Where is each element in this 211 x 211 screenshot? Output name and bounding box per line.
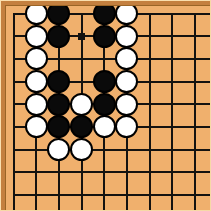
white-stone (25, 25, 48, 48)
intersection-B17[interactable] (25, 48, 48, 71)
white-stone (70, 93, 93, 116)
board-frame-bottom-edge (0, 210, 211, 211)
intersection-J14[interactable] (184, 116, 207, 139)
intersection-F16[interactable] (116, 70, 139, 93)
intersection-H14[interactable] (161, 116, 184, 139)
board-frame-left-shadow (5, 5, 6, 211)
black-stone (47, 93, 70, 116)
intersection-E12[interactable] (93, 161, 116, 184)
intersection-B14[interactable] (25, 116, 48, 139)
intersection-H17[interactable] (161, 48, 184, 71)
intersection-B18[interactable] (25, 25, 48, 48)
intersection-E14[interactable] (93, 116, 116, 139)
intersection-E18[interactable] (93, 25, 116, 48)
intersection-J11[interactable] (184, 184, 207, 207)
white-stone (70, 138, 93, 161)
intersection-G17[interactable] (138, 48, 161, 71)
intersection-J13[interactable] (184, 138, 207, 161)
intersection-G16[interactable] (138, 70, 161, 93)
intersection-D18[interactable] (70, 25, 93, 48)
intersection-C13[interactable] (48, 138, 71, 161)
intersection-F11[interactable] (116, 184, 139, 207)
intersection-D13[interactable] (70, 138, 93, 161)
board-frame-top-shadow (5, 5, 211, 6)
intersection-B12[interactable] (25, 161, 48, 184)
intersection-E17[interactable] (93, 48, 116, 71)
white-stone (25, 70, 48, 93)
intersection-J18[interactable] (184, 25, 207, 48)
intersection-C18[interactable] (48, 25, 71, 48)
intersection-B15[interactable] (25, 93, 48, 116)
white-stone (115, 25, 138, 48)
white-stone (115, 70, 138, 93)
intersection-D16[interactable] (70, 70, 93, 93)
intersection-J17[interactable] (184, 48, 207, 71)
intersection-E13[interactable] (93, 138, 116, 161)
white-stone (25, 47, 48, 70)
intersection-D14[interactable] (70, 116, 93, 139)
intersection-G13[interactable] (138, 138, 161, 161)
intersection-G12[interactable] (138, 161, 161, 184)
intersection-F13[interactable] (116, 138, 139, 161)
intersection-F12[interactable] (116, 161, 139, 184)
black-stone (47, 25, 70, 48)
intersection-C16[interactable] (48, 70, 71, 93)
white-stone (93, 115, 116, 138)
black-stone (93, 25, 116, 48)
black-stone (47, 70, 70, 93)
intersection-D17[interactable] (70, 48, 93, 71)
intersection-E15[interactable] (93, 93, 116, 116)
intersection-C17[interactable] (48, 48, 71, 71)
intersection-F15[interactable] (116, 93, 139, 116)
black-stone (47, 115, 70, 138)
black-stone (93, 70, 116, 93)
go-board (0, 0, 211, 211)
intersection-C14[interactable] (48, 116, 71, 139)
board-grid (2, 2, 206, 206)
board-frame-right-edge (210, 0, 211, 211)
intersection-C11[interactable] (48, 184, 71, 207)
intersection-E16[interactable] (93, 70, 116, 93)
square-marker (78, 33, 85, 40)
intersection-D12[interactable] (70, 161, 93, 184)
intersection-F17[interactable] (116, 48, 139, 71)
white-stone (115, 47, 138, 70)
intersection-J12[interactable] (184, 161, 207, 184)
intersection-G15[interactable] (138, 93, 161, 116)
intersection-B13[interactable] (25, 138, 48, 161)
intersection-B11[interactable] (25, 184, 48, 207)
white-stone (25, 115, 48, 138)
intersection-G18[interactable] (138, 25, 161, 48)
intersection-F14[interactable] (116, 116, 139, 139)
intersection-E11[interactable] (93, 184, 116, 207)
intersection-F18[interactable] (116, 25, 139, 48)
intersection-D15[interactable] (70, 93, 93, 116)
white-stone (25, 93, 48, 116)
white-stone (115, 115, 138, 138)
intersection-H12[interactable] (161, 161, 184, 184)
intersection-H18[interactable] (161, 25, 184, 48)
intersection-G11[interactable] (138, 184, 161, 207)
intersection-G14[interactable] (138, 116, 161, 139)
intersection-J15[interactable] (184, 93, 207, 116)
intersection-H13[interactable] (161, 138, 184, 161)
white-stone (47, 138, 70, 161)
black-stone (93, 93, 116, 116)
intersection-H15[interactable] (161, 93, 184, 116)
intersection-C12[interactable] (48, 161, 71, 184)
intersection-B16[interactable] (25, 70, 48, 93)
intersection-J16[interactable] (184, 70, 207, 93)
intersection-H16[interactable] (161, 70, 184, 93)
black-stone (70, 115, 93, 138)
intersection-C15[interactable] (48, 93, 71, 116)
intersection-H11[interactable] (161, 184, 184, 207)
intersection-D11[interactable] (70, 184, 93, 207)
white-stone (115, 93, 138, 116)
